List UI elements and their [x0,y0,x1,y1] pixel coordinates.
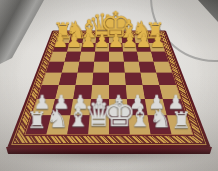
square-d5[interactable] [93,62,109,73]
square-e1[interactable]: ♚ [109,115,130,134]
square-d4[interactable] [92,73,109,85]
piece-white-rook[interactable]: ♜ [171,108,192,131]
board-grid: ♜♞♝♛♚♝♞♜♟♟♟♟♟♟♟♟♟♟♟♟♟♟♟♟♜♞♝♛♚♝♞♜ [26,35,193,134]
square-h7[interactable]: ♟ [149,43,165,52]
scene: ♜♞♝♛♚♝♞♜♟♟♟♟♟♟♟♟♟♟♟♟♟♟♟♟♜♞♝♛♚♝♞♜ [0,0,218,171]
piece-white-rook[interactable]: ♜ [26,108,47,131]
square-c6[interactable] [79,52,95,62]
square-h5[interactable] [153,62,171,73]
piece-white-bishop[interactable]: ♝ [128,105,152,131]
chess-board: ♜♞♝♛♚♝♞♜♟♟♟♟♟♟♟♟♟♟♟♟♟♟♟♟♜♞♝♛♚♝♞♜ [7,31,211,148]
square-e4[interactable] [109,73,126,85]
square-d6[interactable] [94,52,109,62]
square-g1[interactable]: ♞ [148,115,172,134]
piece-black-pawn[interactable]: ♟ [149,32,165,50]
square-f1[interactable]: ♝ [128,115,150,134]
square-h6[interactable] [151,52,168,62]
piece-white-knight[interactable]: ♞ [149,106,172,131]
square-e5[interactable] [109,62,125,73]
square-e6[interactable] [109,52,124,62]
square-h1[interactable]: ♜ [167,115,193,134]
square-h4[interactable] [156,73,176,85]
square-c4[interactable] [75,73,93,85]
square-c5[interactable] [78,62,95,73]
